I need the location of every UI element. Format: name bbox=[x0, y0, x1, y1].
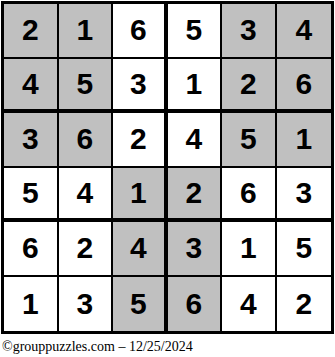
cell-r6c2: 3 bbox=[59, 277, 114, 332]
cell-r1c5: 3 bbox=[222, 4, 277, 59]
cell-r1c2: 1 bbox=[59, 4, 114, 59]
cell-r4c5: 6 bbox=[222, 168, 277, 223]
cell-r2c6: 6 bbox=[277, 59, 332, 114]
cell-r5c6: 5 bbox=[277, 222, 332, 277]
cell-r6c1: 1 bbox=[4, 277, 59, 332]
cell-r6c4: 6 bbox=[168, 277, 223, 332]
cell-r1c3: 6 bbox=[113, 4, 168, 59]
cell-r6c3: 5 bbox=[113, 277, 168, 332]
cell-r2c3: 3 bbox=[113, 59, 168, 114]
cell-r5c1: 6 bbox=[4, 222, 59, 277]
cell-r2c4: 1 bbox=[168, 59, 223, 114]
cell-r4c3: 1 bbox=[113, 168, 168, 223]
cell-r3c3: 2 bbox=[113, 113, 168, 168]
cell-r2c5: 2 bbox=[222, 59, 277, 114]
cell-r3c2: 6 bbox=[59, 113, 114, 168]
sudoku-board: 216534453126362451541263624315135642 bbox=[1, 1, 334, 334]
cell-r1c1: 2 bbox=[4, 4, 59, 59]
cell-r4c6: 3 bbox=[277, 168, 332, 223]
cell-r3c1: 3 bbox=[4, 113, 59, 168]
cell-r4c2: 4 bbox=[59, 168, 114, 223]
cell-r5c3: 4 bbox=[113, 222, 168, 277]
cell-r4c4: 2 bbox=[168, 168, 223, 223]
cell-r3c4: 4 bbox=[168, 113, 223, 168]
puzzle-page: 216534453126362451541263624315135642 ©gr… bbox=[0, 0, 335, 357]
cell-r1c4: 5 bbox=[168, 4, 223, 59]
cell-r2c1: 4 bbox=[4, 59, 59, 114]
cell-r6c6: 2 bbox=[277, 277, 332, 332]
footer-credit: ©grouppuzzles.com – 12/25/2024 bbox=[2, 339, 193, 355]
cell-r6c5: 4 bbox=[222, 277, 277, 332]
cell-r5c4: 3 bbox=[168, 222, 223, 277]
cell-r3c5: 5 bbox=[222, 113, 277, 168]
cell-r5c5: 1 bbox=[222, 222, 277, 277]
cell-r3c6: 1 bbox=[277, 113, 332, 168]
cell-r2c2: 5 bbox=[59, 59, 114, 114]
cell-r5c2: 2 bbox=[59, 222, 114, 277]
cell-r1c6: 4 bbox=[277, 4, 332, 59]
cell-r4c1: 5 bbox=[4, 168, 59, 223]
